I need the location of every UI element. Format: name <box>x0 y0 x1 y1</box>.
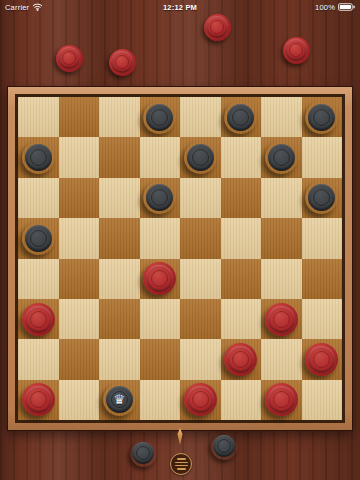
checker-red[interactable] <box>184 383 217 416</box>
board-square <box>261 178 302 218</box>
checker-red[interactable] <box>265 383 298 416</box>
checker-black <box>130 440 157 467</box>
board-square <box>18 178 59 218</box>
board-square <box>302 218 343 258</box>
board-square[interactable]: ♛ <box>99 380 140 420</box>
board-square <box>99 259 140 299</box>
board-square <box>221 218 262 258</box>
checker-red <box>56 45 83 72</box>
checker-black[interactable] <box>143 101 176 134</box>
board-square <box>140 137 181 177</box>
checker-black[interactable] <box>22 222 55 255</box>
board-square <box>18 339 59 379</box>
board-square <box>180 339 221 379</box>
board-square[interactable] <box>261 137 302 177</box>
board-square[interactable] <box>140 178 181 218</box>
board-square[interactable] <box>302 97 343 137</box>
board-square[interactable] <box>59 339 100 379</box>
board-square[interactable] <box>261 218 302 258</box>
checker-black-king[interactable]: ♛ <box>103 383 136 416</box>
status-bar: 12:12 PM Carrier 100% <box>0 0 360 15</box>
board-square <box>261 97 302 137</box>
board-square <box>302 299 343 339</box>
board-square <box>221 299 262 339</box>
board-square[interactable] <box>302 339 343 379</box>
board-square <box>140 218 181 258</box>
board-square[interactable] <box>261 299 302 339</box>
board-square[interactable] <box>59 178 100 218</box>
checker-black[interactable] <box>305 101 338 134</box>
board-square[interactable] <box>180 137 221 177</box>
checker-red[interactable] <box>224 343 257 376</box>
checker-red <box>204 14 231 41</box>
checker-black[interactable] <box>224 101 257 134</box>
board-square[interactable] <box>140 259 181 299</box>
app-screen: 12:12 PM Carrier 100% <box>0 0 360 480</box>
board-square[interactable] <box>302 178 343 218</box>
board-square[interactable] <box>302 259 343 299</box>
clock: 12:12 PM <box>0 3 360 12</box>
board-square[interactable] <box>18 299 59 339</box>
board-square[interactable] <box>180 299 221 339</box>
board-square[interactable] <box>99 218 140 258</box>
board-square <box>99 178 140 218</box>
board-square <box>18 259 59 299</box>
checker-black[interactable] <box>265 141 298 174</box>
board-square[interactable] <box>180 218 221 258</box>
checker-black[interactable] <box>22 141 55 174</box>
board-square <box>180 178 221 218</box>
board-square <box>261 339 302 379</box>
checker-red[interactable] <box>143 262 176 295</box>
board-square[interactable] <box>18 380 59 420</box>
checker-black[interactable] <box>143 181 176 214</box>
board-square <box>99 339 140 379</box>
checker-red[interactable] <box>22 383 55 416</box>
board-square[interactable] <box>261 380 302 420</box>
checker-black <box>211 433 238 460</box>
board-square[interactable] <box>99 137 140 177</box>
board-square[interactable] <box>221 97 262 137</box>
board-square <box>140 380 181 420</box>
board-grid: ♛ <box>15 94 345 423</box>
board-square <box>302 380 343 420</box>
hamburger-menu-icon <box>177 458 186 460</box>
board-square[interactable] <box>221 339 262 379</box>
board-square[interactable] <box>18 137 59 177</box>
board-square <box>221 137 262 177</box>
board-square <box>302 137 343 177</box>
board-square[interactable] <box>99 299 140 339</box>
checker-red[interactable] <box>305 343 338 376</box>
board-square <box>59 299 100 339</box>
checker-black[interactable] <box>305 181 338 214</box>
checker-red <box>109 49 136 76</box>
board-square[interactable] <box>140 97 181 137</box>
board-square <box>140 299 181 339</box>
board-square <box>18 97 59 137</box>
checker-black[interactable] <box>184 141 217 174</box>
turn-indicator-arrow-icon <box>176 428 184 445</box>
checker-red[interactable] <box>265 303 298 336</box>
board-square[interactable] <box>221 178 262 218</box>
board-square[interactable] <box>180 380 221 420</box>
board-square[interactable] <box>59 259 100 299</box>
board-square <box>180 97 221 137</box>
board-square[interactable] <box>221 259 262 299</box>
board-frame: ♛ <box>8 87 352 430</box>
board-square[interactable] <box>140 339 181 379</box>
board-square <box>221 380 262 420</box>
checker-red <box>283 37 310 64</box>
board-square <box>59 218 100 258</box>
board-square <box>261 259 302 299</box>
board-square <box>59 380 100 420</box>
board-square <box>59 137 100 177</box>
board-square <box>99 97 140 137</box>
checker-red[interactable] <box>22 303 55 336</box>
king-crown-icon: ♛ <box>113 393 125 406</box>
board-square[interactable] <box>59 97 100 137</box>
board-square <box>180 259 221 299</box>
menu-button[interactable] <box>170 453 192 475</box>
board-square[interactable] <box>18 218 59 258</box>
